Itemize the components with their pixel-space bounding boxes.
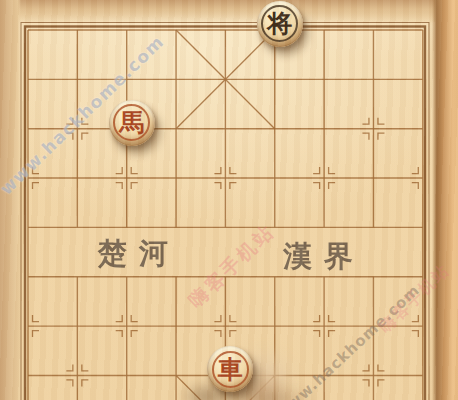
board-point[interactable] (250, 203, 299, 252)
piece-glyph: 馬 (109, 100, 155, 146)
board-point[interactable] (53, 203, 102, 252)
board-point[interactable] (102, 301, 151, 350)
board-point[interactable] (398, 203, 447, 252)
board-point[interactable] (201, 203, 250, 252)
board-point[interactable] (398, 104, 447, 153)
board-point[interactable] (3, 252, 52, 301)
board-point[interactable] (53, 301, 102, 350)
board-point[interactable] (201, 153, 250, 202)
board-point[interactable] (250, 301, 299, 350)
board-point[interactable] (201, 252, 250, 301)
board-point[interactable] (53, 104, 102, 153)
board-point[interactable] (151, 252, 200, 301)
board-point[interactable] (398, 351, 447, 400)
board-point[interactable] (349, 203, 398, 252)
board-point[interactable] (102, 55, 151, 104)
board-point[interactable] (102, 252, 151, 301)
board-point[interactable] (151, 203, 200, 252)
board-point[interactable] (102, 5, 151, 54)
board-point[interactable]: 馬 (102, 104, 151, 153)
board-point[interactable] (299, 153, 348, 202)
board-point[interactable] (3, 5, 52, 54)
board-point[interactable] (3, 153, 52, 202)
board-point[interactable] (349, 301, 398, 350)
board-point[interactable] (398, 55, 447, 104)
board-points: 将馬車 (3, 5, 447, 400)
board-point[interactable] (398, 252, 447, 301)
board-point[interactable] (299, 301, 348, 350)
board-point[interactable] (3, 351, 52, 400)
board-point[interactable] (398, 301, 447, 350)
board-point[interactable] (3, 203, 52, 252)
board-point[interactable] (201, 301, 250, 350)
board-point[interactable] (398, 153, 447, 202)
board-point[interactable] (53, 55, 102, 104)
board-point[interactable] (151, 104, 200, 153)
board-point[interactable] (250, 252, 299, 301)
board-point[interactable] (201, 104, 250, 153)
board-point[interactable] (299, 104, 348, 153)
board-point[interactable] (3, 55, 52, 104)
board-point[interactable] (53, 252, 102, 301)
board-point[interactable] (102, 203, 151, 252)
board-point[interactable] (151, 55, 200, 104)
board-point[interactable] (151, 153, 200, 202)
piece-red-horse[interactable]: 馬 (109, 100, 155, 146)
board-point[interactable]: 車 (201, 351, 250, 400)
piece-glyph: 将 (257, 1, 303, 47)
board-point[interactable] (201, 5, 250, 54)
board-point[interactable] (299, 252, 348, 301)
board-point[interactable] (299, 203, 348, 252)
board-point[interactable] (250, 104, 299, 153)
board-point[interactable] (349, 153, 398, 202)
board-point[interactable] (349, 5, 398, 54)
board-point[interactable] (201, 55, 250, 104)
board-point[interactable] (102, 351, 151, 400)
board-point[interactable] (3, 301, 52, 350)
board-point[interactable] (299, 351, 348, 400)
board-point[interactable] (53, 5, 102, 54)
board-point[interactable] (3, 104, 52, 153)
board-point[interactable] (151, 351, 200, 400)
board-point[interactable] (299, 5, 348, 54)
board-point[interactable] (349, 351, 398, 400)
board-point[interactable]: 将 (250, 5, 299, 54)
board-point[interactable] (250, 351, 299, 400)
board-point[interactable] (250, 153, 299, 202)
board-point[interactable] (151, 5, 200, 54)
board-point[interactable] (349, 104, 398, 153)
piece-glyph: 車 (207, 346, 253, 392)
board-point[interactable] (349, 55, 398, 104)
board-point[interactable] (250, 55, 299, 104)
board-point[interactable] (102, 153, 151, 202)
board-point[interactable] (349, 252, 398, 301)
board-point[interactable] (53, 153, 102, 202)
board-point[interactable] (151, 301, 200, 350)
board-point[interactable] (398, 5, 447, 54)
piece-red-chariot[interactable]: 車 (207, 346, 253, 392)
piece-black-general[interactable]: 将 (257, 1, 303, 47)
board-point[interactable] (53, 351, 102, 400)
board-point[interactable] (299, 55, 348, 104)
xiangqi-board: 楚河 漢界 将馬車 www.hackhome.com www.hackhome.… (0, 0, 458, 400)
